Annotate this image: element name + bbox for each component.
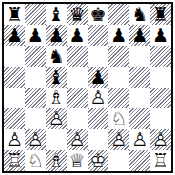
square-c5[interactable]: ♝ — [46, 67, 67, 88]
piece-glyph: ♟ — [67, 25, 88, 46]
piece-glyph: ♟ — [25, 25, 46, 46]
piece-glyph: ♙ — [25, 129, 46, 150]
square-a8[interactable]: ♜ — [4, 4, 25, 25]
square-c3[interactable]: ♟♙ — [46, 108, 67, 129]
piece-glyph: ♜ — [4, 4, 25, 25]
piece-black-pawn: ♟ — [25, 25, 46, 46]
piece-black-pawn: ♟ — [108, 25, 129, 46]
piece-black-knight: ♞ — [46, 46, 67, 67]
piece-glyph: ♟ — [88, 67, 109, 88]
square-f5[interactable] — [108, 67, 129, 88]
square-b6[interactable] — [25, 46, 46, 67]
square-e5[interactable]: ♟ — [88, 67, 109, 88]
square-d7[interactable]: ♟ — [67, 25, 88, 46]
square-d4[interactable] — [67, 88, 88, 109]
piece-glyph: ♟ — [150, 25, 171, 46]
piece-glyph: ♟ — [46, 25, 67, 46]
square-c8[interactable]: ♝ — [46, 4, 67, 25]
square-d8[interactable]: ♛ — [67, 4, 88, 25]
square-g6[interactable] — [129, 46, 150, 67]
piece-white-rook: ♜♖ — [4, 150, 25, 171]
square-b2[interactable]: ♟♙ — [25, 129, 46, 150]
square-d3[interactable] — [67, 108, 88, 129]
piece-white-king: ♚♔ — [88, 150, 109, 171]
square-h8[interactable]: ♜ — [150, 4, 171, 25]
square-f1[interactable] — [108, 150, 129, 171]
piece-white-pawn: ♟♙ — [108, 129, 129, 150]
piece-glyph: ♞ — [129, 4, 150, 25]
piece-black-knight: ♞ — [129, 4, 150, 25]
square-a7[interactable]: ♟ — [4, 25, 25, 46]
piece-white-bishop: ♝♗ — [46, 150, 67, 171]
square-c1[interactable]: ♝♗ — [46, 150, 67, 171]
square-e2[interactable] — [88, 129, 109, 150]
square-a1[interactable]: ♜♖ — [4, 150, 25, 171]
square-h4[interactable] — [150, 88, 171, 109]
square-b1[interactable]: ♞♘ — [25, 150, 46, 171]
square-h2[interactable]: ♟♙ — [150, 129, 171, 150]
square-e1[interactable]: ♚♔ — [88, 150, 109, 171]
square-a5[interactable] — [4, 67, 25, 88]
piece-white-rook: ♜♖ — [150, 150, 171, 171]
piece-glyph: ♙ — [108, 129, 129, 150]
piece-black-pawn: ♟ — [129, 25, 150, 46]
piece-glyph: ♙ — [129, 129, 150, 150]
square-d5[interactable] — [67, 67, 88, 88]
square-b4[interactable] — [25, 88, 46, 109]
piece-glyph: ♙ — [150, 129, 171, 150]
piece-black-rook: ♜ — [150, 4, 171, 25]
square-a2[interactable]: ♟♙ — [4, 129, 25, 150]
square-h3[interactable] — [150, 108, 171, 129]
piece-glyph: ♙ — [46, 108, 67, 129]
piece-white-queen: ♛♕ — [67, 150, 88, 171]
square-a6[interactable] — [4, 46, 25, 67]
piece-black-rook: ♜ — [4, 4, 25, 25]
piece-white-knight: ♞♘ — [25, 150, 46, 171]
square-h1[interactable]: ♜♖ — [150, 150, 171, 171]
square-f2[interactable]: ♟♙ — [108, 129, 129, 150]
piece-black-queen: ♛ — [67, 4, 88, 25]
piece-glyph: ♝ — [46, 67, 67, 88]
square-d6[interactable] — [67, 46, 88, 67]
chess-board: ♜♝♛♚♞♜♟♟♟♟♟♟♟♞♝♟♝♗♟♙♟♙♞♘♟♙♟♙♟♙♟♙♟♙♟♙♜♖♞♘… — [4, 4, 171, 171]
square-g2[interactable]: ♟♙ — [129, 129, 150, 150]
square-b7[interactable]: ♟ — [25, 25, 46, 46]
piece-white-pawn: ♟♙ — [129, 129, 150, 150]
piece-black-pawn: ♟ — [150, 25, 171, 46]
piece-white-pawn: ♟♙ — [67, 129, 88, 150]
square-e7[interactable] — [88, 25, 109, 46]
piece-glyph: ♗ — [46, 150, 67, 171]
square-f4[interactable] — [108, 88, 129, 109]
piece-glyph: ♟ — [4, 25, 25, 46]
square-g3[interactable] — [129, 108, 150, 129]
square-b8[interactable] — [25, 4, 46, 25]
square-c2[interactable] — [46, 129, 67, 150]
piece-glyph: ♚ — [88, 4, 109, 25]
piece-black-pawn: ♟ — [88, 67, 109, 88]
piece-glyph: ♛ — [67, 4, 88, 25]
piece-glyph: ♜ — [150, 4, 171, 25]
square-e6[interactable] — [88, 46, 109, 67]
square-g8[interactable]: ♞ — [129, 4, 150, 25]
square-f6[interactable] — [108, 46, 129, 67]
piece-white-knight: ♞♘ — [108, 108, 129, 129]
piece-black-king: ♚ — [88, 4, 109, 25]
square-h7[interactable]: ♟ — [150, 25, 171, 46]
square-e4[interactable]: ♟♙ — [88, 88, 109, 109]
piece-black-pawn: ♟ — [46, 25, 67, 46]
piece-glyph: ♘ — [108, 108, 129, 129]
piece-glyph: ♘ — [25, 150, 46, 171]
square-g7[interactable]: ♟ — [129, 25, 150, 46]
piece-glyph: ♟ — [108, 25, 129, 46]
piece-black-pawn: ♟ — [67, 25, 88, 46]
piece-glyph: ♖ — [150, 150, 171, 171]
piece-white-pawn: ♟♙ — [4, 129, 25, 150]
piece-glyph: ♖ — [4, 150, 25, 171]
piece-black-bishop: ♝ — [46, 67, 67, 88]
square-e8[interactable]: ♚ — [88, 4, 109, 25]
square-c4[interactable]: ♝♗ — [46, 88, 67, 109]
square-h6[interactable] — [150, 46, 171, 67]
square-a3[interactable] — [4, 108, 25, 129]
piece-glyph: ♗ — [46, 88, 67, 109]
piece-glyph: ♙ — [67, 129, 88, 150]
square-c6[interactable]: ♞ — [46, 46, 67, 67]
piece-white-pawn: ♟♙ — [46, 108, 67, 129]
piece-black-bishop: ♝ — [46, 4, 67, 25]
square-h5[interactable] — [150, 67, 171, 88]
square-a4[interactable] — [4, 88, 25, 109]
piece-white-bishop: ♝♗ — [46, 88, 67, 109]
piece-white-pawn: ♟♙ — [150, 129, 171, 150]
piece-black-pawn: ♟ — [4, 25, 25, 46]
square-d2[interactable]: ♟♙ — [67, 129, 88, 150]
piece-glyph: ♔ — [88, 150, 109, 171]
square-e3[interactable] — [88, 108, 109, 129]
chess-diagram: ♜♝♛♚♞♜♟♟♟♟♟♟♟♞♝♟♝♗♟♙♟♙♞♘♟♙♟♙♟♙♟♙♟♙♟♙♜♖♞♘… — [0, 0, 175, 175]
piece-white-pawn: ♟♙ — [25, 129, 46, 150]
square-b3[interactable] — [25, 108, 46, 129]
piece-glyph: ♕ — [67, 150, 88, 171]
piece-glyph: ♟ — [129, 25, 150, 46]
square-f8[interactable] — [108, 4, 129, 25]
piece-glyph: ♙ — [88, 88, 109, 109]
piece-glyph: ♙ — [4, 129, 25, 150]
square-g5[interactable] — [129, 67, 150, 88]
square-d1[interactable]: ♛♕ — [67, 150, 88, 171]
square-g1[interactable] — [129, 150, 150, 171]
square-f3[interactable]: ♞♘ — [108, 108, 129, 129]
square-b5[interactable] — [25, 67, 46, 88]
board-frame: ♜♝♛♚♞♜♟♟♟♟♟♟♟♞♝♟♝♗♟♙♟♙♞♘♟♙♟♙♟♙♟♙♟♙♟♙♜♖♞♘… — [2, 2, 173, 173]
square-f7[interactable]: ♟ — [108, 25, 129, 46]
square-g4[interactable] — [129, 88, 150, 109]
piece-white-pawn: ♟♙ — [88, 88, 109, 109]
square-c7[interactable]: ♟ — [46, 25, 67, 46]
piece-glyph: ♝ — [46, 4, 67, 25]
piece-glyph: ♞ — [46, 46, 67, 67]
